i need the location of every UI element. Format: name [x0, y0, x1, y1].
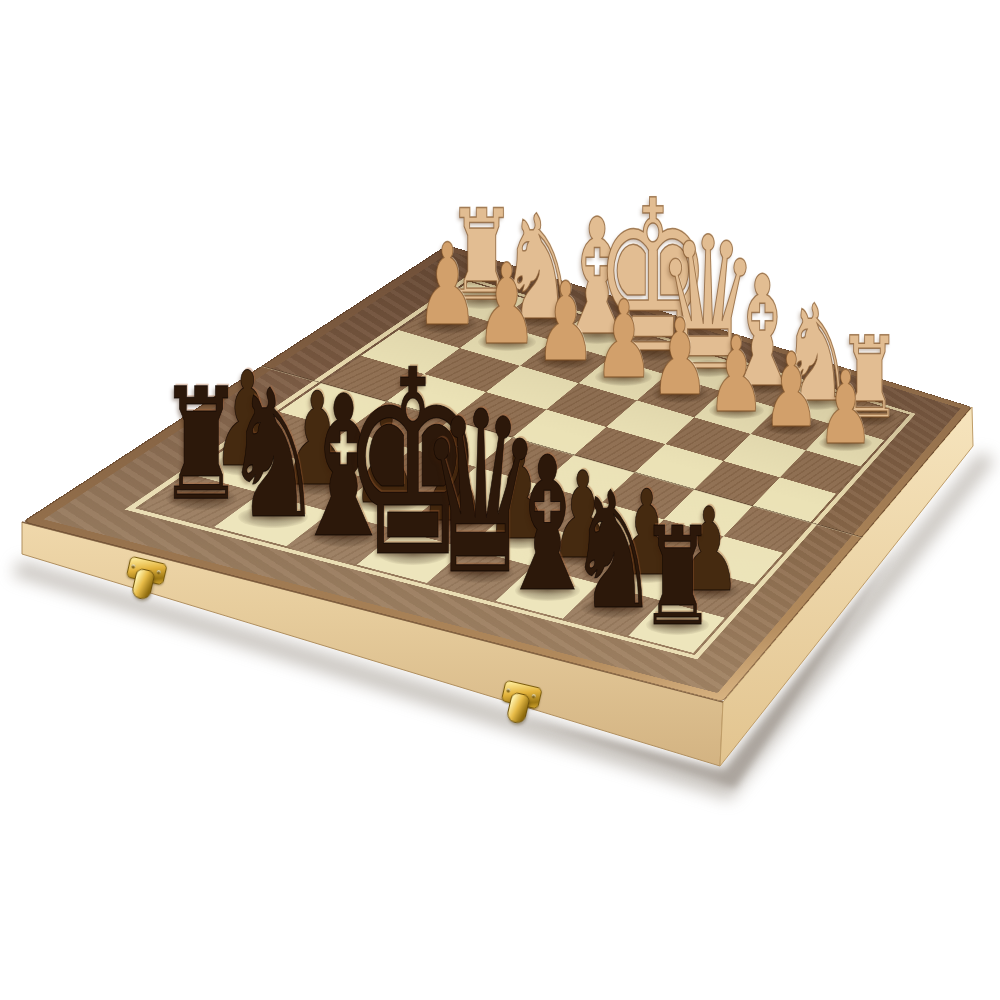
chess-set-photo: ♜♞♟♝♟♚♟♛♟♝♟♞♟♜♟♟♟♟♜♟♞♟♝♟♚♟♛♟♝♟♞♜: [0, 0, 1000, 1000]
piece-black-rook[interactable]: ♜: [636, 510, 720, 645]
piece-white-pawn[interactable]: ♟: [814, 358, 877, 459]
piece-white-pawn[interactable]: ♟: [532, 268, 600, 377]
